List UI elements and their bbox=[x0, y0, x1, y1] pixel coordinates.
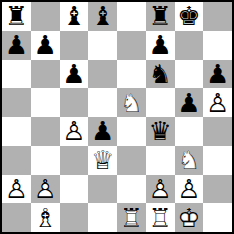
white-rook-icon: ♖ bbox=[120, 205, 143, 231]
square-b2[interactable]: ♟♙ bbox=[31, 175, 60, 204]
square-f1[interactable]: ♜♖ bbox=[146, 203, 175, 232]
square-c1[interactable] bbox=[60, 203, 89, 232]
square-d1[interactable] bbox=[88, 203, 117, 232]
square-d8[interactable]: ♝ bbox=[88, 2, 117, 31]
white-pawn-piece: ♟♙ bbox=[31, 175, 60, 204]
square-a4[interactable] bbox=[2, 117, 31, 146]
black-king-icon: ♚ bbox=[177, 3, 200, 29]
square-d3[interactable]: ♛♕ bbox=[88, 146, 117, 175]
square-g5[interactable]: ♟ bbox=[175, 88, 204, 117]
square-e3[interactable] bbox=[117, 146, 146, 175]
black-pawn-icon: ♟ bbox=[91, 118, 114, 144]
white-pawn-icon: ♙ bbox=[62, 118, 85, 144]
black-pawn-piece: ♟ bbox=[175, 88, 204, 117]
white-pawn-piece: ♟♙ bbox=[175, 175, 204, 204]
square-c3[interactable] bbox=[60, 146, 89, 175]
white-pawn-icon: ♙ bbox=[177, 176, 200, 202]
square-f8[interactable]: ♜ bbox=[146, 2, 175, 31]
square-d5[interactable] bbox=[88, 88, 117, 117]
square-h4[interactable] bbox=[203, 117, 232, 146]
square-g7[interactable] bbox=[175, 31, 204, 60]
square-d4[interactable]: ♟ bbox=[88, 117, 117, 146]
square-h1[interactable] bbox=[203, 203, 232, 232]
white-pawn-piece: ♟♙ bbox=[146, 175, 175, 204]
square-c8[interactable]: ♝ bbox=[60, 2, 89, 31]
square-g1[interactable]: ♚♔ bbox=[175, 203, 204, 232]
white-bishop-piece: ♝♗ bbox=[31, 203, 60, 232]
square-d6[interactable] bbox=[88, 60, 117, 89]
black-pawn-piece: ♟ bbox=[31, 31, 60, 60]
black-pawn-icon: ♟ bbox=[62, 61, 85, 87]
square-c5[interactable] bbox=[60, 88, 89, 117]
square-h8[interactable] bbox=[203, 2, 232, 31]
square-h3[interactable] bbox=[203, 146, 232, 175]
square-f3[interactable] bbox=[146, 146, 175, 175]
square-a2[interactable]: ♟♙ bbox=[2, 175, 31, 204]
square-b5[interactable] bbox=[31, 88, 60, 117]
black-rook-icon: ♜ bbox=[5, 3, 28, 29]
black-knight-icon: ♞ bbox=[148, 61, 171, 87]
square-e4[interactable] bbox=[117, 117, 146, 146]
square-e5[interactable]: ♞♘ bbox=[117, 88, 146, 117]
square-g2[interactable]: ♟♙ bbox=[175, 175, 204, 204]
black-pawn-piece: ♟ bbox=[2, 31, 31, 60]
square-e8[interactable] bbox=[117, 2, 146, 31]
square-e6[interactable] bbox=[117, 60, 146, 89]
black-queen-piece: ♛ bbox=[146, 117, 175, 146]
square-c6[interactable]: ♟ bbox=[60, 60, 89, 89]
square-h7[interactable] bbox=[203, 31, 232, 60]
black-queen-icon: ♛ bbox=[148, 118, 171, 144]
black-bishop-piece: ♝ bbox=[60, 2, 89, 31]
square-b4[interactable] bbox=[31, 117, 60, 146]
square-d7[interactable] bbox=[88, 31, 117, 60]
square-a6[interactable] bbox=[2, 60, 31, 89]
square-a7[interactable]: ♟ bbox=[2, 31, 31, 60]
white-pawn-piece: ♟♙ bbox=[2, 175, 31, 204]
square-e7[interactable] bbox=[117, 31, 146, 60]
square-a1[interactable] bbox=[2, 203, 31, 232]
square-b6[interactable] bbox=[31, 60, 60, 89]
black-pawn-piece: ♟ bbox=[88, 117, 117, 146]
square-c7[interactable] bbox=[60, 31, 89, 60]
white-king-piece: ♚♔ bbox=[175, 203, 204, 232]
white-rook-icon: ♖ bbox=[148, 205, 171, 231]
square-a5[interactable] bbox=[2, 88, 31, 117]
square-g6[interactable] bbox=[175, 60, 204, 89]
white-knight-piece: ♞♘ bbox=[175, 146, 204, 175]
square-e1[interactable]: ♜♖ bbox=[117, 203, 146, 232]
white-queen-icon: ♕ bbox=[91, 147, 114, 173]
white-bishop-icon: ♗ bbox=[33, 205, 56, 231]
square-f4[interactable]: ♛ bbox=[146, 117, 175, 146]
black-pawn-icon: ♟ bbox=[148, 32, 171, 58]
black-king-piece: ♚ bbox=[175, 2, 204, 31]
square-f2[interactable]: ♟♙ bbox=[146, 175, 175, 204]
square-g3[interactable]: ♞♘ bbox=[175, 146, 204, 175]
square-b8[interactable] bbox=[31, 2, 60, 31]
square-b7[interactable]: ♟ bbox=[31, 31, 60, 60]
black-pawn-icon: ♟ bbox=[33, 32, 56, 58]
white-pawn-icon: ♙ bbox=[148, 176, 171, 202]
black-pawn-piece: ♟ bbox=[146, 31, 175, 60]
white-knight-icon: ♘ bbox=[177, 147, 200, 173]
black-rook-icon: ♜ bbox=[148, 3, 171, 29]
chess-board: ♜♝♝♜♚♟♟♟♟♞♟♞♘♟♟♙♟♙♟♛♛♕♞♘♟♙♟♙♟♙♟♙♝♗♜♖♜♖♚♔ bbox=[0, 0, 234, 234]
black-pawn-icon: ♟ bbox=[177, 90, 200, 116]
square-g8[interactable]: ♚ bbox=[175, 2, 204, 31]
black-pawn-icon: ♟ bbox=[5, 32, 28, 58]
white-pawn-icon: ♙ bbox=[206, 90, 229, 116]
black-knight-piece: ♞ bbox=[146, 60, 175, 89]
square-h6[interactable]: ♟ bbox=[203, 60, 232, 89]
white-queen-piece: ♛♕ bbox=[88, 146, 117, 175]
square-c2[interactable] bbox=[60, 175, 89, 204]
white-pawn-piece: ♟♙ bbox=[203, 88, 232, 117]
white-pawn-piece: ♟♙ bbox=[60, 117, 89, 146]
black-bishop-icon: ♝ bbox=[62, 3, 85, 29]
white-rook-piece: ♜♖ bbox=[117, 203, 146, 232]
square-f7[interactable]: ♟ bbox=[146, 31, 175, 60]
square-f6[interactable]: ♞ bbox=[146, 60, 175, 89]
square-a8[interactable]: ♜ bbox=[2, 2, 31, 31]
black-bishop-piece: ♝ bbox=[88, 2, 117, 31]
black-rook-piece: ♜ bbox=[2, 2, 31, 31]
square-c4[interactable]: ♟♙ bbox=[60, 117, 89, 146]
square-f5[interactable] bbox=[146, 88, 175, 117]
square-b3[interactable] bbox=[31, 146, 60, 175]
square-h2[interactable] bbox=[203, 175, 232, 204]
white-pawn-icon: ♙ bbox=[33, 176, 56, 202]
square-e2[interactable] bbox=[117, 175, 146, 204]
square-g4[interactable] bbox=[175, 117, 204, 146]
white-pawn-icon: ♙ bbox=[5, 176, 28, 202]
white-rook-piece: ♜♖ bbox=[146, 203, 175, 232]
black-rook-piece: ♜ bbox=[146, 2, 175, 31]
black-bishop-icon: ♝ bbox=[91, 3, 114, 29]
black-pawn-piece: ♟ bbox=[60, 60, 89, 89]
square-b1[interactable]: ♝♗ bbox=[31, 203, 60, 232]
square-a3[interactable] bbox=[2, 146, 31, 175]
white-knight-piece: ♞♘ bbox=[117, 88, 146, 117]
white-king-icon: ♔ bbox=[177, 205, 200, 231]
black-pawn-piece: ♟ bbox=[203, 60, 232, 89]
square-d2[interactable] bbox=[88, 175, 117, 204]
white-knight-icon: ♘ bbox=[120, 90, 143, 116]
black-pawn-icon: ♟ bbox=[206, 61, 229, 87]
square-h5[interactable]: ♟♙ bbox=[203, 88, 232, 117]
